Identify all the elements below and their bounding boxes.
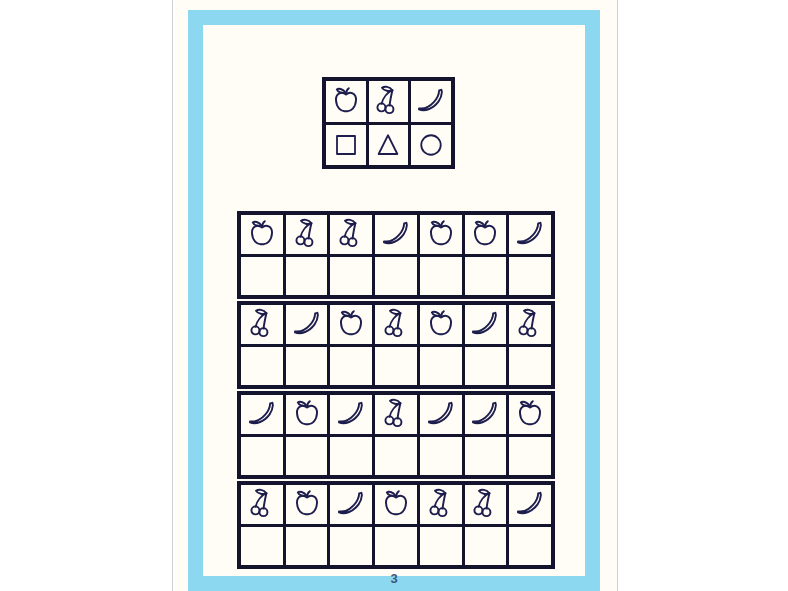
answer-cell[interactable]	[465, 527, 507, 566]
board-section-2	[237, 301, 555, 389]
answer-cell[interactable]	[375, 257, 417, 296]
answer-cell[interactable]	[375, 437, 417, 476]
square-icon	[331, 130, 361, 160]
answer-cell[interactable]	[241, 527, 283, 566]
answer-cell[interactable]	[420, 527, 462, 566]
cherry-icon	[246, 488, 278, 520]
cherry-icon	[380, 398, 412, 430]
grid-cell-banana	[241, 395, 283, 434]
answer-cell[interactable]	[375, 527, 417, 566]
answer-cell[interactable]	[241, 257, 283, 296]
legend-fruit-apple	[326, 81, 366, 122]
board-section-1	[237, 211, 555, 299]
cherry-icon	[380, 308, 412, 340]
triangle-icon	[373, 130, 403, 160]
answer-cell[interactable]	[465, 347, 507, 386]
answer-cell[interactable]	[465, 257, 507, 296]
apple-icon	[380, 488, 412, 520]
grid-cell-apple	[330, 305, 372, 344]
grid-cell-banana	[509, 215, 551, 254]
grid-cell-cherry	[375, 395, 417, 434]
worksheet-canvas: 3	[0, 0, 788, 591]
answer-cell[interactable]	[465, 437, 507, 476]
banana-icon	[246, 398, 278, 430]
legend-fruit-cherry	[369, 81, 409, 122]
banana-icon	[380, 218, 412, 250]
banana-icon	[514, 488, 546, 520]
grid-cell-cherry	[375, 305, 417, 344]
apple-icon	[291, 398, 323, 430]
answer-cell[interactable]	[375, 347, 417, 386]
answer-cell[interactable]	[509, 527, 551, 566]
banana-icon	[291, 308, 323, 340]
grid-cell-cherry	[241, 485, 283, 524]
grid-cell-apple	[420, 215, 462, 254]
banana-icon	[425, 398, 457, 430]
grid-cell-banana	[330, 485, 372, 524]
apple-icon	[425, 218, 457, 250]
grid-cell-banana	[420, 395, 462, 434]
circle-icon	[416, 130, 446, 160]
answer-cell[interactable]	[330, 257, 372, 296]
answer-cell[interactable]	[509, 347, 551, 386]
legend-fruit-banana	[411, 81, 451, 122]
board	[237, 211, 555, 571]
legend-table	[322, 77, 455, 169]
grid-cell-banana	[286, 305, 328, 344]
grid-cell-apple	[286, 395, 328, 434]
grid-cell-apple	[509, 395, 551, 434]
cherry-icon	[291, 218, 323, 250]
grid-cell-banana	[509, 485, 551, 524]
answer-cell[interactable]	[330, 347, 372, 386]
cherry-icon	[469, 488, 501, 520]
answer-cell[interactable]	[286, 257, 328, 296]
answer-cell[interactable]	[286, 347, 328, 386]
apple-icon	[330, 85, 362, 117]
banana-icon	[335, 398, 367, 430]
answer-cell[interactable]	[241, 437, 283, 476]
grid-cell-apple	[420, 305, 462, 344]
grid-cell-cherry	[330, 215, 372, 254]
cherry-icon	[514, 308, 546, 340]
grid-cell-apple	[286, 485, 328, 524]
grid-cell-cherry	[241, 305, 283, 344]
answer-cell[interactable]	[420, 257, 462, 296]
page-number: 3	[188, 571, 600, 586]
apple-icon	[291, 488, 323, 520]
grid-cell-apple	[465, 215, 507, 254]
apple-icon	[246, 218, 278, 250]
banana-icon	[469, 398, 501, 430]
grid-cell-banana	[465, 395, 507, 434]
banana-icon	[415, 85, 447, 117]
answer-cell[interactable]	[509, 257, 551, 296]
answer-cell[interactable]	[241, 347, 283, 386]
answer-cell[interactable]	[420, 347, 462, 386]
answer-cell[interactable]	[420, 437, 462, 476]
grid-cell-banana	[375, 215, 417, 254]
grid-cell-cherry	[509, 305, 551, 344]
grid-cell-cherry	[465, 485, 507, 524]
banana-icon	[335, 488, 367, 520]
apple-icon	[425, 308, 457, 340]
banana-icon	[514, 218, 546, 250]
board-section-4	[237, 481, 555, 569]
apple-icon	[335, 308, 367, 340]
answer-cell[interactable]	[286, 527, 328, 566]
answer-cell[interactable]	[330, 437, 372, 476]
answer-cell[interactable]	[330, 527, 372, 566]
grid-cell-banana	[330, 395, 372, 434]
grid-cell-apple	[375, 485, 417, 524]
apple-icon	[514, 398, 546, 430]
legend-shape-triangle	[369, 125, 409, 166]
grid-cell-cherry	[286, 215, 328, 254]
grid-cell-banana	[465, 305, 507, 344]
legend-shape-square	[326, 125, 366, 166]
board-section-3	[237, 391, 555, 479]
answer-cell[interactable]	[509, 437, 551, 476]
cherry-icon	[246, 308, 278, 340]
legend-shape-circle	[411, 125, 451, 166]
grid-cell-cherry	[420, 485, 462, 524]
grid-cell-apple	[241, 215, 283, 254]
cherry-icon	[372, 85, 404, 117]
apple-icon	[469, 218, 501, 250]
banana-icon	[469, 308, 501, 340]
cherry-icon	[335, 218, 367, 250]
answer-cell[interactable]	[286, 437, 328, 476]
cherry-icon	[425, 488, 457, 520]
